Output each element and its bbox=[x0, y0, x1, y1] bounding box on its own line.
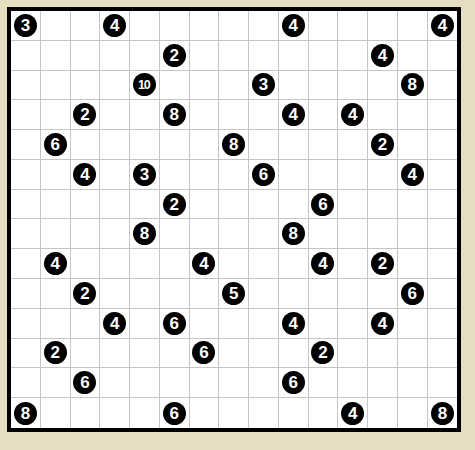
cell-r11-c2[interactable] bbox=[71, 339, 101, 369]
cell-r4-c2[interactable] bbox=[71, 130, 101, 160]
cell-r1-c14[interactable] bbox=[428, 41, 458, 71]
cell-r13-c9[interactable] bbox=[279, 398, 309, 428]
cell-r9-c14[interactable] bbox=[428, 279, 458, 309]
cell-r2-c10[interactable] bbox=[309, 71, 339, 101]
clue-circle: 8 bbox=[401, 73, 424, 96]
cell-r5-c3[interactable] bbox=[100, 160, 130, 190]
cell-r0-c7[interactable] bbox=[219, 11, 249, 41]
clue-number: 3 bbox=[140, 165, 149, 182]
cell-r4-c11[interactable] bbox=[338, 130, 368, 160]
cell-r2-c7[interactable] bbox=[219, 71, 249, 101]
cell-r6-c13[interactable] bbox=[398, 190, 428, 220]
clue-number: 6 bbox=[407, 284, 416, 301]
clue-number: 4 bbox=[378, 46, 387, 63]
cell-r7-c12[interactable] bbox=[368, 219, 398, 249]
clue-circle: 6 bbox=[282, 371, 305, 394]
cell-r11-c6: 6 bbox=[190, 339, 220, 369]
cell-r5-c7[interactable] bbox=[219, 160, 249, 190]
clue-number: 6 bbox=[80, 374, 89, 391]
cell-r6-c7[interactable] bbox=[219, 190, 249, 220]
clue-number: 4 bbox=[288, 314, 297, 331]
clue-circle: 4 bbox=[282, 14, 305, 37]
clue-number: 4 bbox=[438, 16, 447, 33]
cell-r5-c10[interactable] bbox=[309, 160, 339, 190]
cell-r8-c3[interactable] bbox=[100, 249, 130, 279]
cell-r11-c1: 2 bbox=[41, 339, 71, 369]
clue-number: 8 bbox=[229, 136, 238, 153]
cell-r11-c7[interactable] bbox=[219, 339, 249, 369]
cell-r13-c0: 8 bbox=[11, 398, 41, 428]
cell-r7-c1[interactable] bbox=[41, 219, 71, 249]
clue-number: 6 bbox=[169, 314, 178, 331]
clue-circle: 2 bbox=[163, 44, 186, 67]
clue-number: 2 bbox=[80, 284, 89, 301]
cell-r10-c5: 6 bbox=[160, 309, 190, 339]
cell-r0-c6[interactable] bbox=[190, 11, 220, 41]
cell-r10-c11[interactable] bbox=[338, 309, 368, 339]
cell-r5-c4: 3 bbox=[130, 160, 160, 190]
cell-r8-c6: 4 bbox=[190, 249, 220, 279]
clue-circle: 4 bbox=[371, 44, 394, 67]
cell-r0-c9: 4 bbox=[279, 11, 309, 41]
cell-r12-c3[interactable] bbox=[100, 368, 130, 398]
cell-r6-c11[interactable] bbox=[338, 190, 368, 220]
clue-circle: 4 bbox=[192, 252, 215, 275]
cell-r1-c5: 2 bbox=[160, 41, 190, 71]
clue-number: 6 bbox=[318, 195, 327, 212]
cell-r0-c11[interactable] bbox=[338, 11, 368, 41]
cell-r12-c1[interactable] bbox=[41, 368, 71, 398]
cell-r11-c13[interactable] bbox=[398, 339, 428, 369]
clue-circle: 10 bbox=[133, 73, 156, 96]
cell-r9-c0[interactable] bbox=[11, 279, 41, 309]
clue-number: 3 bbox=[21, 16, 30, 33]
clue-circle: 2 bbox=[371, 133, 394, 156]
clue-circle: 6 bbox=[44, 133, 67, 156]
cell-r12-c6[interactable] bbox=[190, 368, 220, 398]
cell-r1-c3[interactable] bbox=[100, 41, 130, 71]
clue-circle: 3 bbox=[133, 163, 156, 186]
clue-circle: 2 bbox=[371, 252, 394, 275]
cell-r13-c13[interactable] bbox=[398, 398, 428, 428]
cell-r1-c9[interactable] bbox=[279, 41, 309, 71]
cell-r3-c7[interactable] bbox=[219, 100, 249, 130]
cell-r4-c6[interactable] bbox=[190, 130, 220, 160]
cell-r12-c10[interactable] bbox=[309, 368, 339, 398]
cell-r1-c4[interactable] bbox=[130, 41, 160, 71]
clue-number: 6 bbox=[288, 374, 297, 391]
cell-r2-c4: 10 bbox=[130, 71, 160, 101]
cell-r12-c7[interactable] bbox=[219, 368, 249, 398]
cell-r10-c1[interactable] bbox=[41, 309, 71, 339]
cell-r7-c5[interactable] bbox=[160, 219, 190, 249]
cell-r4-c5[interactable] bbox=[160, 130, 190, 160]
cell-r13-c2[interactable] bbox=[71, 398, 101, 428]
cell-r11-c11[interactable] bbox=[338, 339, 368, 369]
cell-r0-c13[interactable] bbox=[398, 11, 428, 41]
cell-r10-c12: 4 bbox=[368, 309, 398, 339]
cell-r10-c4[interactable] bbox=[130, 309, 160, 339]
cell-r9-c1[interactable] bbox=[41, 279, 71, 309]
cell-r8-c11[interactable] bbox=[338, 249, 368, 279]
cell-r4-c8[interactable] bbox=[249, 130, 279, 160]
cell-r8-c8[interactable] bbox=[249, 249, 279, 279]
clue-circle: 8 bbox=[163, 103, 186, 126]
cell-r7-c11[interactable] bbox=[338, 219, 368, 249]
clue-number: 4 bbox=[50, 255, 59, 272]
cell-r3-c11: 4 bbox=[338, 100, 368, 130]
cell-r0-c4[interactable] bbox=[130, 11, 160, 41]
cell-r5-c8: 6 bbox=[249, 160, 279, 190]
cell-r10-c13[interactable] bbox=[398, 309, 428, 339]
cell-r4-c4[interactable] bbox=[130, 130, 160, 160]
cell-r5-c12[interactable] bbox=[368, 160, 398, 190]
clue-number: 3 bbox=[259, 76, 268, 93]
cell-r10-c9: 4 bbox=[279, 309, 309, 339]
clue-circle: 8 bbox=[282, 222, 305, 245]
clue-number: 2 bbox=[378, 255, 387, 272]
cell-r11-c5[interactable] bbox=[160, 339, 190, 369]
cell-r13-c1[interactable] bbox=[41, 398, 71, 428]
cell-r5-c5[interactable] bbox=[160, 160, 190, 190]
cell-r12-c8[interactable] bbox=[249, 368, 279, 398]
cell-r4-c0[interactable] bbox=[11, 130, 41, 160]
cell-r7-c2[interactable] bbox=[71, 219, 101, 249]
cell-r13-c10[interactable] bbox=[309, 398, 339, 428]
cell-r4-c1: 6 bbox=[41, 130, 71, 160]
clue-circle: 6 bbox=[401, 282, 424, 305]
clue-circle: 3 bbox=[14, 14, 37, 37]
cell-r12-c4[interactable] bbox=[130, 368, 160, 398]
puzzle-page: 3444241038284468243642688444225646442626… bbox=[0, 0, 475, 450]
clue-number: 6 bbox=[199, 344, 208, 361]
clue-circle: 4 bbox=[341, 103, 364, 126]
cell-r13-c7[interactable] bbox=[219, 398, 249, 428]
clue-number: 10 bbox=[138, 78, 151, 91]
cell-r6-c3[interactable] bbox=[100, 190, 130, 220]
clue-circle: 6 bbox=[163, 312, 186, 335]
clue-number: 2 bbox=[318, 344, 327, 361]
clue-circle: 6 bbox=[192, 341, 215, 364]
cell-r8-c13[interactable] bbox=[398, 249, 428, 279]
cell-r13-c11: 4 bbox=[338, 398, 368, 428]
clue-number: 4 bbox=[110, 314, 119, 331]
cell-r12-c13[interactable] bbox=[398, 368, 428, 398]
clue-circle: 4 bbox=[282, 103, 305, 126]
clue-number: 6 bbox=[50, 136, 59, 153]
cell-r12-c11[interactable] bbox=[338, 368, 368, 398]
clue-number: 4 bbox=[407, 165, 416, 182]
cell-r4-c10[interactable] bbox=[309, 130, 339, 160]
clue-circle: 2 bbox=[163, 193, 186, 216]
clue-number: 4 bbox=[199, 255, 208, 272]
cell-r2-c8: 3 bbox=[249, 71, 279, 101]
cell-r7-c14[interactable] bbox=[428, 219, 458, 249]
cell-r5-c11[interactable] bbox=[338, 160, 368, 190]
cell-r6-c10: 6 bbox=[309, 190, 339, 220]
cell-r8-c5[interactable] bbox=[160, 249, 190, 279]
clue-circle: 4 bbox=[282, 312, 305, 335]
cell-r2-c6[interactable] bbox=[190, 71, 220, 101]
cell-r5-c2: 4 bbox=[71, 160, 101, 190]
cell-r5-c0[interactable] bbox=[11, 160, 41, 190]
cell-r9-c2: 2 bbox=[71, 279, 101, 309]
puzzle-board: 3444241038284468243642688444225646442626… bbox=[7, 7, 461, 432]
clue-number: 8 bbox=[438, 404, 447, 421]
cell-r6-c8[interactable] bbox=[249, 190, 279, 220]
clue-circle: 4 bbox=[103, 312, 126, 335]
cell-r7-c3[interactable] bbox=[100, 219, 130, 249]
cell-r4-c14[interactable] bbox=[428, 130, 458, 160]
cell-r0-c5[interactable] bbox=[160, 11, 190, 41]
clue-number: 6 bbox=[259, 165, 268, 182]
cell-r2-c3[interactable] bbox=[100, 71, 130, 101]
cell-r12-c2: 6 bbox=[71, 368, 101, 398]
cell-r3-c9: 4 bbox=[279, 100, 309, 130]
clue-number: 4 bbox=[288, 106, 297, 123]
clue-number: 8 bbox=[407, 76, 416, 93]
cell-r0-c10[interactable] bbox=[309, 11, 339, 41]
clue-number: 2 bbox=[169, 195, 178, 212]
cell-r8-c4[interactable] bbox=[130, 249, 160, 279]
cell-r3-c5: 8 bbox=[160, 100, 190, 130]
cell-r1-c11[interactable] bbox=[338, 41, 368, 71]
cell-r5-c14[interactable] bbox=[428, 160, 458, 190]
cell-r11-c0[interactable] bbox=[11, 339, 41, 369]
clue-circle: 4 bbox=[311, 252, 334, 275]
clue-circle: 4 bbox=[103, 14, 126, 37]
clue-circle: 8 bbox=[222, 133, 245, 156]
clue-number: 4 bbox=[348, 106, 357, 123]
cell-r6-c1[interactable] bbox=[41, 190, 71, 220]
cell-r7-c6[interactable] bbox=[190, 219, 220, 249]
cell-r1-c8[interactable] bbox=[249, 41, 279, 71]
clue-circle: 8 bbox=[14, 402, 37, 425]
clue-circle: 2 bbox=[311, 341, 334, 364]
cell-r4-c3[interactable] bbox=[100, 130, 130, 160]
clue-circle: 6 bbox=[163, 402, 186, 425]
cell-r3-c14[interactable] bbox=[428, 100, 458, 130]
cell-r0-c12[interactable] bbox=[368, 11, 398, 41]
cell-r8-c1: 4 bbox=[41, 249, 71, 279]
cell-r10-c10[interactable] bbox=[309, 309, 339, 339]
cell-r11-c12[interactable] bbox=[368, 339, 398, 369]
cell-r0-c1[interactable] bbox=[41, 11, 71, 41]
cell-r8-c7[interactable] bbox=[219, 249, 249, 279]
clue-number: 8 bbox=[169, 106, 178, 123]
cell-r13-c12[interactable] bbox=[368, 398, 398, 428]
cell-r13-c5: 6 bbox=[160, 398, 190, 428]
cell-r7-c10[interactable] bbox=[309, 219, 339, 249]
cell-r6-c5: 2 bbox=[160, 190, 190, 220]
cell-r12-c14[interactable] bbox=[428, 368, 458, 398]
cell-r1-c2[interactable] bbox=[71, 41, 101, 71]
cell-r10-c6[interactable] bbox=[190, 309, 220, 339]
clue-number: 4 bbox=[378, 314, 387, 331]
cell-r6-c2[interactable] bbox=[71, 190, 101, 220]
cell-r7-c7[interactable] bbox=[219, 219, 249, 249]
clue-circle: 6 bbox=[73, 371, 96, 394]
clue-circle: 2 bbox=[44, 341, 67, 364]
cell-r2-c0[interactable] bbox=[11, 71, 41, 101]
clue-number: 8 bbox=[288, 225, 297, 242]
clue-circle: 2 bbox=[73, 103, 96, 126]
cell-r1-c12: 4 bbox=[368, 41, 398, 71]
cell-r0-c8[interactable] bbox=[249, 11, 279, 41]
cell-r5-c13: 4 bbox=[398, 160, 428, 190]
cell-r3-c3[interactable] bbox=[100, 100, 130, 130]
cell-r12-c0[interactable] bbox=[11, 368, 41, 398]
cell-r8-c14[interactable] bbox=[428, 249, 458, 279]
cell-r9-c10[interactable] bbox=[309, 279, 339, 309]
cell-r0-c14: 4 bbox=[428, 11, 458, 41]
clue-circle: 5 bbox=[222, 282, 245, 305]
cell-r9-c12[interactable] bbox=[368, 279, 398, 309]
clue-circle: 4 bbox=[431, 14, 454, 37]
cell-r0-c0: 3 bbox=[11, 11, 41, 41]
cell-r13-c8[interactable] bbox=[249, 398, 279, 428]
cell-r3-c6[interactable] bbox=[190, 100, 220, 130]
cell-r0-c2[interactable] bbox=[71, 11, 101, 41]
cell-r2-c14[interactable] bbox=[428, 71, 458, 101]
cell-r0-c3: 4 bbox=[100, 11, 130, 41]
cell-r11-c10: 2 bbox=[309, 339, 339, 369]
clue-circle: 4 bbox=[371, 312, 394, 335]
cell-r7-c4: 8 bbox=[130, 219, 160, 249]
cell-r9-c4[interactable] bbox=[130, 279, 160, 309]
cell-r12-c12[interactable] bbox=[368, 368, 398, 398]
cell-r5-c1[interactable] bbox=[41, 160, 71, 190]
cell-r7-c13[interactable] bbox=[398, 219, 428, 249]
cell-r7-c9: 8 bbox=[279, 219, 309, 249]
cell-r7-c0[interactable] bbox=[11, 219, 41, 249]
cell-r1-c0[interactable] bbox=[11, 41, 41, 71]
cell-r1-c6[interactable] bbox=[190, 41, 220, 71]
clue-number: 6 bbox=[169, 404, 178, 421]
cell-r13-c4[interactable] bbox=[130, 398, 160, 428]
cell-r13-c3[interactable] bbox=[100, 398, 130, 428]
cell-r11-c9[interactable] bbox=[279, 339, 309, 369]
cell-r8-c10: 4 bbox=[309, 249, 339, 279]
cell-r6-c4[interactable] bbox=[130, 190, 160, 220]
cell-r1-c1[interactable] bbox=[41, 41, 71, 71]
cell-r9-c13: 6 bbox=[398, 279, 428, 309]
clue-circle: 6 bbox=[311, 193, 334, 216]
clue-number: 5 bbox=[229, 284, 238, 301]
cell-r3-c10[interactable] bbox=[309, 100, 339, 130]
cell-r9-c6[interactable] bbox=[190, 279, 220, 309]
cell-r13-c6[interactable] bbox=[190, 398, 220, 428]
cell-r7-c8[interactable] bbox=[249, 219, 279, 249]
cell-r3-c12[interactable] bbox=[368, 100, 398, 130]
clue-circle: 3 bbox=[252, 73, 275, 96]
cell-r1-c13[interactable] bbox=[398, 41, 428, 71]
clue-number: 8 bbox=[21, 404, 30, 421]
cell-r1-c10[interactable] bbox=[309, 41, 339, 71]
cell-r4-c9[interactable] bbox=[279, 130, 309, 160]
clue-number: 8 bbox=[140, 225, 149, 242]
cell-r10-c2[interactable] bbox=[71, 309, 101, 339]
cell-r9-c3[interactable] bbox=[100, 279, 130, 309]
cell-r6-c0[interactable] bbox=[11, 190, 41, 220]
cell-r3-c2: 2 bbox=[71, 100, 101, 130]
cell-r8-c2[interactable] bbox=[71, 249, 101, 279]
cell-r2-c1[interactable] bbox=[41, 71, 71, 101]
cell-r2-c9[interactable] bbox=[279, 71, 309, 101]
cell-r6-c12[interactable] bbox=[368, 190, 398, 220]
cell-r12-c9: 6 bbox=[279, 368, 309, 398]
cell-r3-c13[interactable] bbox=[398, 100, 428, 130]
cell-r9-c8[interactable] bbox=[249, 279, 279, 309]
cell-r9-c9[interactable] bbox=[279, 279, 309, 309]
clue-number: 4 bbox=[348, 404, 357, 421]
cell-r2-c2[interactable] bbox=[71, 71, 101, 101]
cell-r11-c4[interactable] bbox=[130, 339, 160, 369]
clue-number: 2 bbox=[169, 46, 178, 63]
cell-r9-c7: 5 bbox=[219, 279, 249, 309]
clue-circle: 4 bbox=[401, 163, 424, 186]
clue-circle: 6 bbox=[252, 163, 275, 186]
clue-number: 4 bbox=[110, 16, 119, 33]
clue-number: 2 bbox=[378, 136, 387, 153]
cell-r2-c11[interactable] bbox=[338, 71, 368, 101]
cell-r5-c6[interactable] bbox=[190, 160, 220, 190]
cell-r5-c9[interactable] bbox=[279, 160, 309, 190]
clue-number: 4 bbox=[318, 255, 327, 272]
cell-r3-c8[interactable] bbox=[249, 100, 279, 130]
cell-r1-c7[interactable] bbox=[219, 41, 249, 71]
cell-r6-c9[interactable] bbox=[279, 190, 309, 220]
cell-r8-c9[interactable] bbox=[279, 249, 309, 279]
cell-r10-c8[interactable] bbox=[249, 309, 279, 339]
cell-r2-c12[interactable] bbox=[368, 71, 398, 101]
cell-r3-c4[interactable] bbox=[130, 100, 160, 130]
cell-r11-c8[interactable] bbox=[249, 339, 279, 369]
cell-r2-c13: 8 bbox=[398, 71, 428, 101]
clue-number: 2 bbox=[80, 106, 89, 123]
cell-r4-c13[interactable] bbox=[398, 130, 428, 160]
cell-r4-c7: 8 bbox=[219, 130, 249, 160]
clue-circle: 4 bbox=[341, 402, 364, 425]
clue-circle: 4 bbox=[73, 163, 96, 186]
clue-number: 4 bbox=[80, 165, 89, 182]
cell-r8-c0[interactable] bbox=[11, 249, 41, 279]
cell-r10-c0[interactable] bbox=[11, 309, 41, 339]
cell-r10-c14[interactable] bbox=[428, 309, 458, 339]
clue-circle: 4 bbox=[44, 252, 67, 275]
cell-r10-c7[interactable] bbox=[219, 309, 249, 339]
cell-r9-c5[interactable] bbox=[160, 279, 190, 309]
cell-r6-c14[interactable] bbox=[428, 190, 458, 220]
cell-r4-c12: 2 bbox=[368, 130, 398, 160]
clue-circle: 2 bbox=[73, 282, 96, 305]
cell-r11-c3[interactable] bbox=[100, 339, 130, 369]
cell-r10-c3: 4 bbox=[100, 309, 130, 339]
clue-number: 2 bbox=[50, 344, 59, 361]
cell-r9-c11[interactable] bbox=[338, 279, 368, 309]
cell-r2-c5[interactable] bbox=[160, 71, 190, 101]
cell-r3-c0[interactable] bbox=[11, 100, 41, 130]
clue-circle: 8 bbox=[133, 222, 156, 245]
cell-r13-c14: 8 bbox=[428, 398, 458, 428]
cell-r12-c5[interactable] bbox=[160, 368, 190, 398]
clue-circle: 8 bbox=[431, 402, 454, 425]
cell-r6-c6[interactable] bbox=[190, 190, 220, 220]
cell-r8-c12: 2 bbox=[368, 249, 398, 279]
cell-r11-c14[interactable] bbox=[428, 339, 458, 369]
cell-r3-c1[interactable] bbox=[41, 100, 71, 130]
clue-number: 4 bbox=[288, 16, 297, 33]
